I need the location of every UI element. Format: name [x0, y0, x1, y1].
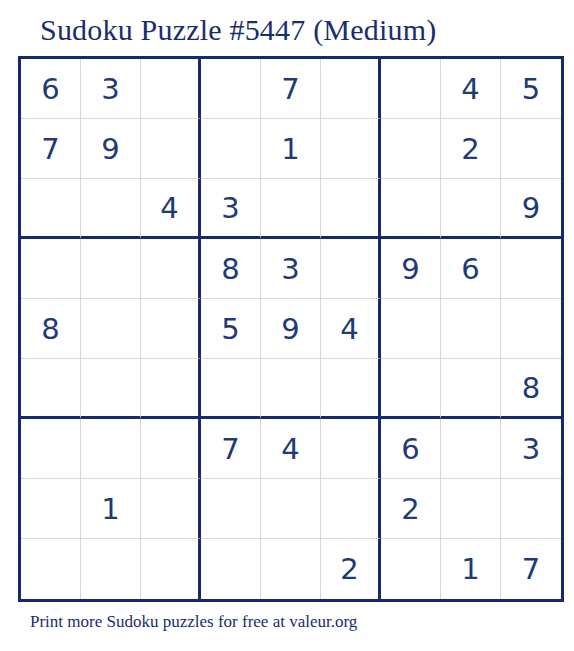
cell-r9c4	[201, 539, 261, 599]
cell-r2c8: 2	[441, 119, 501, 179]
cell-r6c3	[141, 359, 201, 419]
cell-r1c3	[141, 59, 201, 119]
cell-r3c3: 4	[141, 179, 201, 239]
cell-r2c5: 1	[261, 119, 321, 179]
cell-r7c8	[441, 419, 501, 479]
cell-r1c2: 3	[81, 59, 141, 119]
cell-r1c1: 6	[21, 59, 81, 119]
cell-r9c3	[141, 539, 201, 599]
cell-r5c6: 4	[321, 299, 381, 359]
sudoku-page: Sudoku Puzzle #5447 (Medium) 63745791243…	[0, 12, 574, 651]
cell-r6c1	[21, 359, 81, 419]
cell-r7c9: 3	[501, 419, 561, 479]
cell-r2c7	[381, 119, 441, 179]
cell-r8c5	[261, 479, 321, 539]
cell-r2c6	[321, 119, 381, 179]
cell-r7c3	[141, 419, 201, 479]
cell-r3c2	[81, 179, 141, 239]
page-title: Sudoku Puzzle #5447 (Medium)	[40, 12, 574, 48]
cell-r9c2	[81, 539, 141, 599]
cell-r4c4: 8	[201, 239, 261, 299]
cell-r4c5: 3	[261, 239, 321, 299]
cell-r8c6	[321, 479, 381, 539]
cell-r5c4: 5	[201, 299, 261, 359]
cell-r6c4	[201, 359, 261, 419]
cell-r9c8: 1	[441, 539, 501, 599]
cell-r2c4	[201, 119, 261, 179]
cell-r4c8: 6	[441, 239, 501, 299]
cell-r7c4: 7	[201, 419, 261, 479]
cell-r9c1	[21, 539, 81, 599]
cell-r2c2: 9	[81, 119, 141, 179]
cell-r8c4	[201, 479, 261, 539]
cell-r4c1	[21, 239, 81, 299]
cell-r3c5	[261, 179, 321, 239]
cell-r1c7	[381, 59, 441, 119]
cell-r4c9	[501, 239, 561, 299]
cell-r4c3	[141, 239, 201, 299]
cell-r8c7: 2	[381, 479, 441, 539]
cell-r3c6	[321, 179, 381, 239]
cell-r3c7	[381, 179, 441, 239]
cell-r7c6	[321, 419, 381, 479]
cell-r8c9	[501, 479, 561, 539]
cell-r8c2: 1	[81, 479, 141, 539]
footer-text: Print more Sudoku puzzles for free at va…	[30, 612, 574, 632]
cell-r2c9	[501, 119, 561, 179]
cell-r8c8	[441, 479, 501, 539]
cell-r4c2	[81, 239, 141, 299]
cell-r5c7	[381, 299, 441, 359]
cell-r8c1	[21, 479, 81, 539]
cell-r1c8: 4	[441, 59, 501, 119]
cell-r9c5	[261, 539, 321, 599]
cell-r3c4: 3	[201, 179, 261, 239]
cell-r6c2	[81, 359, 141, 419]
cell-r2c1: 7	[21, 119, 81, 179]
cell-r1c4	[201, 59, 261, 119]
cell-r5c8	[441, 299, 501, 359]
cell-r6c5	[261, 359, 321, 419]
cell-r7c5: 4	[261, 419, 321, 479]
cell-r4c7: 9	[381, 239, 441, 299]
cell-r7c2	[81, 419, 141, 479]
cell-r5c5: 9	[261, 299, 321, 359]
cell-r5c3	[141, 299, 201, 359]
cell-r3c9: 9	[501, 179, 561, 239]
cell-r5c2	[81, 299, 141, 359]
cell-r3c8	[441, 179, 501, 239]
cell-r8c3	[141, 479, 201, 539]
cell-r5c9	[501, 299, 561, 359]
cell-r1c5: 7	[261, 59, 321, 119]
cell-r7c7: 6	[381, 419, 441, 479]
cell-r3c1	[21, 179, 81, 239]
cell-r6c7	[381, 359, 441, 419]
cell-r4c6	[321, 239, 381, 299]
cell-r1c6	[321, 59, 381, 119]
cell-r7c1	[21, 419, 81, 479]
cell-r6c9: 8	[501, 359, 561, 419]
cell-r9c7	[381, 539, 441, 599]
cell-r9c6: 2	[321, 539, 381, 599]
cell-r6c8	[441, 359, 501, 419]
cell-r6c6	[321, 359, 381, 419]
cell-r5c1: 8	[21, 299, 81, 359]
cell-r2c3	[141, 119, 201, 179]
cell-r9c9: 7	[501, 539, 561, 599]
cell-r1c9: 5	[501, 59, 561, 119]
sudoku-grid: 637457912439839685948746312217	[18, 56, 564, 602]
